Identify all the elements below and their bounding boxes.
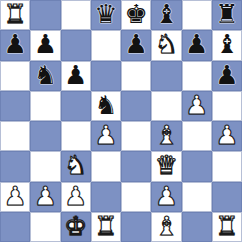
square-d5[interactable]: ♞ [91, 91, 121, 121]
square-c3[interactable]: ♞ [61, 151, 91, 181]
square-e2[interactable] [121, 182, 151, 212]
square-g1[interactable] [182, 212, 212, 242]
square-h5[interactable] [212, 91, 242, 121]
square-e6[interactable] [121, 61, 151, 91]
square-e3[interactable] [121, 151, 151, 181]
piece-black-pawn-e7[interactable]: ♟ [124, 31, 147, 57]
square-h6[interactable]: ♟ [212, 61, 242, 91]
square-g4[interactable] [182, 121, 212, 151]
square-g6[interactable] [182, 61, 212, 91]
square-c6[interactable]: ♟ [61, 61, 91, 91]
square-f2[interactable]: ♟ [151, 182, 181, 212]
piece-black-bishop-h7[interactable]: ♝ [215, 31, 238, 57]
square-b2[interactable]: ♟ [30, 182, 60, 212]
piece-white-knight-f7[interactable]: ♞ [155, 31, 178, 57]
piece-white-king-c1[interactable]: ♚ [64, 213, 87, 239]
square-c1[interactable]: ♚ [61, 212, 91, 242]
square-h7[interactable]: ♝ [212, 30, 242, 60]
piece-white-pawn-f2[interactable]: ♟ [155, 183, 178, 209]
square-c5[interactable] [61, 91, 91, 121]
square-a5[interactable] [0, 91, 30, 121]
piece-white-queen-f3[interactable]: ♛ [155, 152, 178, 178]
square-f3[interactable]: ♛ [151, 151, 181, 181]
square-b4[interactable] [30, 121, 60, 151]
square-b8[interactable] [30, 0, 60, 30]
square-h4[interactable]: ♟ [212, 121, 242, 151]
square-g2[interactable] [182, 182, 212, 212]
square-h1[interactable]: ♜ [212, 212, 242, 242]
piece-white-rook-d1[interactable]: ♜ [94, 213, 117, 239]
square-a4[interactable] [0, 121, 30, 151]
square-a3[interactable] [0, 151, 30, 181]
square-d2[interactable] [91, 182, 121, 212]
piece-white-rook-a8[interactable]: ♜ [3, 1, 26, 27]
piece-black-knight-b6[interactable]: ♞ [34, 62, 57, 88]
square-a8[interactable]: ♜ [0, 0, 30, 30]
square-e1[interactable] [121, 212, 151, 242]
piece-black-pawn-b7[interactable]: ♟ [34, 31, 57, 57]
piece-black-king-e8[interactable]: ♚ [124, 1, 147, 27]
square-d3[interactable] [91, 151, 121, 181]
piece-white-pawn-a2[interactable]: ♟ [3, 183, 26, 209]
square-a6[interactable] [0, 61, 30, 91]
square-e8[interactable]: ♚ [121, 0, 151, 30]
square-b5[interactable] [30, 91, 60, 121]
piece-white-rook-h1[interactable]: ♜ [215, 213, 238, 239]
piece-white-pawn-h4[interactable]: ♟ [215, 122, 238, 148]
chess-board: ♜ ♛ ♚ ♝ ♜ ♟ ♟ ♟ ♞ ♟ ♝ ♞ ♟ ♟ ♞ ♟ ♟ ♝ ♟ ♞ … [0, 0, 242, 242]
piece-white-pawn-g5[interactable]: ♟ [185, 92, 208, 118]
square-c7[interactable] [61, 30, 91, 60]
square-f4[interactable]: ♝ [151, 121, 181, 151]
square-c2[interactable]: ♟ [61, 182, 91, 212]
square-a7[interactable]: ♟ [0, 30, 30, 60]
square-e4[interactable] [121, 121, 151, 151]
square-b1[interactable] [30, 212, 60, 242]
piece-black-rook-h8[interactable]: ♜ [215, 1, 238, 27]
square-g7[interactable]: ♟ [182, 30, 212, 60]
square-d7[interactable] [91, 30, 121, 60]
piece-white-pawn-b2[interactable]: ♟ [34, 183, 57, 209]
piece-white-pawn-d4[interactable]: ♟ [94, 122, 117, 148]
square-b7[interactable]: ♟ [30, 30, 60, 60]
piece-white-pawn-c2[interactable]: ♟ [64, 183, 87, 209]
square-f7[interactable]: ♞ [151, 30, 181, 60]
square-c4[interactable] [61, 121, 91, 151]
square-f8[interactable]: ♝ [151, 0, 181, 30]
square-d6[interactable] [91, 61, 121, 91]
square-b6[interactable]: ♞ [30, 61, 60, 91]
piece-black-bishop-f8[interactable]: ♝ [155, 1, 178, 27]
square-e5[interactable] [121, 91, 151, 121]
piece-black-pawn-a7[interactable]: ♟ [3, 31, 26, 57]
square-f6[interactable] [151, 61, 181, 91]
square-f1[interactable]: ♝ [151, 212, 181, 242]
piece-black-pawn-c6[interactable]: ♟ [64, 62, 87, 88]
square-g5[interactable]: ♟ [182, 91, 212, 121]
square-h3[interactable] [212, 151, 242, 181]
piece-white-bishop-f1[interactable]: ♝ [155, 213, 178, 239]
piece-black-knight-d5[interactable]: ♞ [94, 92, 117, 118]
square-c8[interactable] [61, 0, 91, 30]
square-h2[interactable] [212, 182, 242, 212]
square-a1[interactable] [0, 212, 30, 242]
square-e7[interactable]: ♟ [121, 30, 151, 60]
square-a2[interactable]: ♟ [0, 182, 30, 212]
piece-black-pawn-g7[interactable]: ♟ [185, 31, 208, 57]
square-b3[interactable] [30, 151, 60, 181]
piece-black-pawn-h6[interactable]: ♟ [215, 62, 238, 88]
square-h8[interactable]: ♜ [212, 0, 242, 30]
piece-white-knight-c3[interactable]: ♞ [64, 152, 87, 178]
piece-white-bishop-f4[interactable]: ♝ [155, 122, 178, 148]
square-g8[interactable] [182, 0, 212, 30]
square-d1[interactable]: ♜ [91, 212, 121, 242]
square-d8[interactable]: ♛ [91, 0, 121, 30]
square-d4[interactable]: ♟ [91, 121, 121, 151]
piece-black-queen-d8[interactable]: ♛ [94, 1, 117, 27]
square-g3[interactable] [182, 151, 212, 181]
square-f5[interactable] [151, 91, 181, 121]
